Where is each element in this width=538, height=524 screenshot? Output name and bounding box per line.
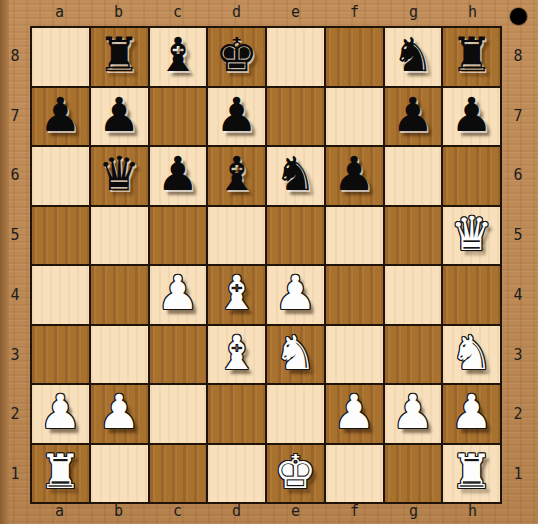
square-h4[interactable] (443, 266, 500, 324)
file-label: e (266, 3, 325, 23)
square-g1[interactable] (385, 445, 442, 503)
white-pawn[interactable]: ♟ (98, 388, 140, 435)
board-grid: ♜♝♚♞♜♟♟♟♟♟♛♟♝♞♟♛♟♝♟♝♞♞♟♟♟♟♟♜♚♜ (30, 26, 502, 504)
black-queen[interactable]: ♛ (98, 150, 140, 197)
white-bishop[interactable]: ♝ (216, 329, 258, 376)
square-c6[interactable]: ♟ (150, 147, 207, 205)
square-f3[interactable] (326, 326, 383, 384)
square-c5[interactable] (150, 207, 207, 265)
chess-board: abcdefgh abcdefgh 87654321 87654321 ♜♝♚♞… (0, 0, 538, 524)
square-d1[interactable] (208, 445, 265, 503)
file-label: a (30, 3, 89, 23)
rank-label: 3 (503, 325, 533, 385)
black-bishop[interactable]: ♝ (157, 31, 199, 78)
square-h3[interactable]: ♞ (443, 326, 500, 384)
square-g7[interactable]: ♟ (385, 88, 442, 146)
black-king[interactable]: ♚ (216, 31, 258, 78)
file-label: b (89, 3, 148, 23)
square-f1[interactable] (326, 445, 383, 503)
rank-label: 5 (0, 205, 30, 265)
rank-label: 3 (0, 325, 30, 385)
square-e4[interactable]: ♟ (267, 266, 324, 324)
rank-label: 8 (0, 26, 30, 86)
file-label: b (89, 502, 148, 522)
file-label: c (148, 502, 207, 522)
square-b4[interactable] (91, 266, 148, 324)
black-pawn[interactable]: ♟ (451, 91, 493, 138)
file-labels-top: abcdefgh (30, 3, 502, 23)
square-b6[interactable]: ♛ (91, 147, 148, 205)
white-knight[interactable]: ♞ (274, 329, 316, 376)
rank-labels-left: 87654321 (0, 26, 30, 504)
file-label: c (148, 3, 207, 23)
square-b1[interactable] (91, 445, 148, 503)
white-pawn[interactable]: ♟ (274, 269, 316, 316)
square-e5[interactable] (267, 207, 324, 265)
square-d2[interactable] (208, 385, 265, 443)
black-pawn[interactable]: ♟ (39, 91, 81, 138)
square-c8[interactable]: ♝ (150, 28, 207, 86)
square-b5[interactable] (91, 207, 148, 265)
file-label: a (30, 502, 89, 522)
black-bishop[interactable]: ♝ (216, 150, 258, 197)
square-f5[interactable] (326, 207, 383, 265)
square-d7[interactable]: ♟ (208, 88, 265, 146)
square-a2[interactable]: ♟ (32, 385, 89, 443)
white-bishop[interactable]: ♝ (216, 269, 258, 316)
square-e8[interactable] (267, 28, 324, 86)
rank-label: 7 (0, 86, 30, 146)
square-c2[interactable] (150, 385, 207, 443)
square-g5[interactable] (385, 207, 442, 265)
rank-labels-right: 87654321 (503, 26, 533, 504)
black-knight[interactable]: ♞ (392, 31, 434, 78)
white-king[interactable]: ♚ (274, 448, 316, 495)
black-to-move-indicator (510, 8, 527, 25)
square-h2[interactable]: ♟ (443, 385, 500, 443)
square-a4[interactable] (32, 266, 89, 324)
file-label: h (443, 3, 502, 23)
square-e1[interactable]: ♚ (267, 445, 324, 503)
square-c7[interactable] (150, 88, 207, 146)
black-pawn[interactable]: ♟ (216, 91, 258, 138)
file-label: f (325, 502, 384, 522)
square-d3[interactable]: ♝ (208, 326, 265, 384)
square-d6[interactable]: ♝ (208, 147, 265, 205)
file-label: e (266, 502, 325, 522)
white-knight[interactable]: ♞ (451, 329, 493, 376)
file-label: h (443, 502, 502, 522)
square-f6[interactable]: ♟ (326, 147, 383, 205)
square-h8[interactable]: ♜ (443, 28, 500, 86)
square-e3[interactable]: ♞ (267, 326, 324, 384)
black-pawn[interactable]: ♟ (333, 150, 375, 197)
square-f4[interactable] (326, 266, 383, 324)
square-g4[interactable] (385, 266, 442, 324)
square-c3[interactable] (150, 326, 207, 384)
file-label: f (325, 3, 384, 23)
white-pawn[interactable]: ♟ (451, 388, 493, 435)
square-e2[interactable] (267, 385, 324, 443)
square-f8[interactable] (326, 28, 383, 86)
square-h6[interactable] (443, 147, 500, 205)
white-rook[interactable]: ♜ (39, 448, 81, 495)
square-a6[interactable] (32, 147, 89, 205)
square-a1[interactable]: ♜ (32, 445, 89, 503)
square-b8[interactable]: ♜ (91, 28, 148, 86)
square-e7[interactable] (267, 88, 324, 146)
rank-label: 2 (0, 385, 30, 445)
black-pawn[interactable]: ♟ (157, 150, 199, 197)
rank-label: 5 (503, 205, 533, 265)
black-rook[interactable]: ♜ (98, 31, 140, 78)
square-f2[interactable]: ♟ (326, 385, 383, 443)
black-pawn[interactable]: ♟ (392, 91, 434, 138)
black-rook[interactable]: ♜ (451, 31, 493, 78)
white-pawn[interactable]: ♟ (39, 388, 81, 435)
white-pawn[interactable]: ♟ (157, 269, 199, 316)
square-d4[interactable]: ♝ (208, 266, 265, 324)
square-a8[interactable] (32, 28, 89, 86)
white-rook[interactable]: ♜ (451, 448, 493, 495)
black-pawn[interactable]: ♟ (98, 91, 140, 138)
file-label: g (384, 3, 443, 23)
square-c4[interactable]: ♟ (150, 266, 207, 324)
rank-label: 4 (0, 265, 30, 325)
rank-label: 4 (503, 265, 533, 325)
white-pawn[interactable]: ♟ (392, 388, 434, 435)
square-g2[interactable]: ♟ (385, 385, 442, 443)
file-label: d (207, 502, 266, 522)
square-a7[interactable]: ♟ (32, 88, 89, 146)
square-h7[interactable]: ♟ (443, 88, 500, 146)
square-a3[interactable] (32, 326, 89, 384)
rank-label: 1 (0, 444, 30, 504)
square-c1[interactable] (150, 445, 207, 503)
square-f7[interactable] (326, 88, 383, 146)
rank-label: 6 (503, 146, 533, 206)
rank-label: 7 (503, 86, 533, 146)
file-label: g (384, 502, 443, 522)
square-g8[interactable]: ♞ (385, 28, 442, 86)
square-g6[interactable] (385, 147, 442, 205)
rank-label: 2 (503, 385, 533, 445)
square-d8[interactable]: ♚ (208, 28, 265, 86)
white-pawn[interactable]: ♟ (333, 388, 375, 435)
rank-label: 1 (503, 444, 533, 504)
square-e6[interactable]: ♞ (267, 147, 324, 205)
square-a5[interactable] (32, 207, 89, 265)
file-label: d (207, 3, 266, 23)
square-b3[interactable] (91, 326, 148, 384)
square-h1[interactable]: ♜ (443, 445, 500, 503)
square-g3[interactable] (385, 326, 442, 384)
square-d5[interactable] (208, 207, 265, 265)
rank-label: 8 (503, 26, 533, 86)
square-b7[interactable]: ♟ (91, 88, 148, 146)
black-knight[interactable]: ♞ (274, 150, 316, 197)
square-b2[interactable]: ♟ (91, 385, 148, 443)
white-queen[interactable]: ♛ (451, 210, 493, 257)
square-h5[interactable]: ♛ (443, 207, 500, 265)
rank-label: 6 (0, 146, 30, 206)
file-labels-bottom: abcdefgh (30, 502, 502, 522)
